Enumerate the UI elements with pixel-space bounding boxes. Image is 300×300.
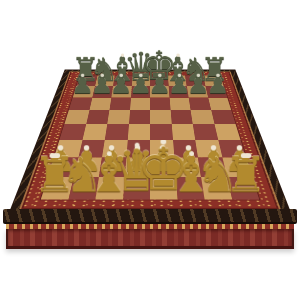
square-d5 bbox=[129, 110, 150, 124]
square-d6 bbox=[130, 97, 150, 110]
square-c6 bbox=[109, 97, 130, 110]
piece-black-pawn: ♟ bbox=[194, 72, 241, 98]
chess-board: ♜♞♝♛♚♝♞♜♟♟♟♟♟♟♟♟♟♟♟♟♟♟♟♟♜♞♝♛♚♝♞♜ bbox=[40, 75, 261, 200]
case-top-surface: ♜♞♝♛♚♝♞♜♟♟♟♟♟♟♟♟♟♟♟♟♟♟♟♟♜♞♝♛♚♝♞♜ bbox=[8, 70, 292, 215]
square-f5 bbox=[170, 110, 192, 124]
square-h6 bbox=[208, 97, 231, 110]
case-front-face bbox=[6, 229, 294, 249]
square-b5 bbox=[86, 110, 110, 124]
square-c5 bbox=[107, 110, 129, 124]
square-h7: ♟ bbox=[205, 86, 227, 97]
piece-white-rook: ♜ bbox=[212, 151, 279, 199]
square-h4 bbox=[214, 124, 240, 140]
square-f6 bbox=[169, 97, 190, 110]
square-b6 bbox=[89, 97, 111, 110]
square-b4 bbox=[82, 124, 107, 140]
square-e5 bbox=[150, 110, 171, 124]
rope-trim-molding bbox=[3, 209, 297, 224]
chess-set-photo: ♜♞♝♛♚♝♞♜♟♟♟♟♟♟♟♟♟♟♟♟♟♟♟♟♜♞♝♛♚♝♞♜ bbox=[0, 0, 300, 300]
square-h5 bbox=[211, 110, 236, 124]
filigree-border: ♜♞♝♛♚♝♞♜♟♟♟♟♟♟♟♟♟♟♟♟♟♟♟♟♜♞♝♛♚♝♞♜ bbox=[19, 71, 281, 209]
square-e6 bbox=[150, 97, 170, 110]
square-h1: ♜ bbox=[227, 177, 260, 200]
